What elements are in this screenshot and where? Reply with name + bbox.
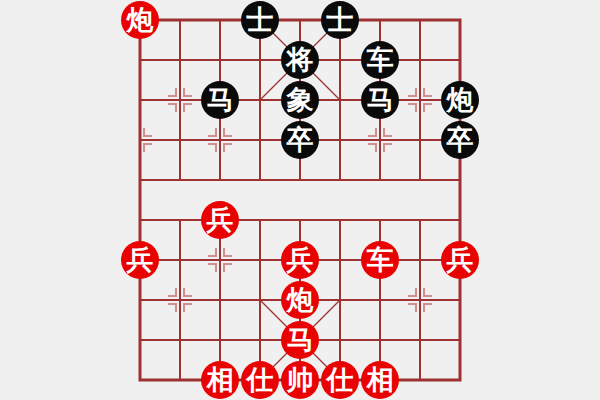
piece-black-chariot[interactable]: 车: [361, 41, 399, 79]
piece-black-elephant[interactable]: 象: [281, 81, 319, 119]
piece-black-horse[interactable]: 马: [201, 81, 239, 119]
pieces-layer: 炮士士将车马象马炮卒卒兵兵兵车兵炮马相仕帅仕相: [0, 0, 600, 400]
xiangqi-board: 炮士士将车马象马炮卒卒兵兵兵车兵炮马相仕帅仕相: [0, 0, 600, 400]
piece-red-soldier[interactable]: 兵: [121, 241, 159, 279]
piece-red-elephant[interactable]: 相: [361, 361, 399, 399]
piece-red-cannon[interactable]: 炮: [281, 281, 319, 319]
piece-black-horse[interactable]: 马: [361, 81, 399, 119]
piece-black-soldier[interactable]: 卒: [441, 121, 479, 159]
piece-red-soldier[interactable]: 兵: [441, 241, 479, 279]
piece-red-horse[interactable]: 马: [281, 321, 319, 359]
piece-red-advisor[interactable]: 仕: [241, 361, 279, 399]
piece-red-chariot[interactable]: 车: [361, 241, 399, 279]
piece-black-advisor[interactable]: 士: [321, 1, 359, 39]
piece-red-soldier[interactable]: 兵: [201, 201, 239, 239]
piece-black-cannon[interactable]: 炮: [441, 81, 479, 119]
piece-red-cannon[interactable]: 炮: [121, 1, 159, 39]
piece-red-elephant[interactable]: 相: [201, 361, 239, 399]
piece-red-soldier[interactable]: 兵: [281, 241, 319, 279]
piece-red-advisor[interactable]: 仕: [321, 361, 359, 399]
piece-black-soldier[interactable]: 卒: [281, 121, 319, 159]
piece-black-advisor[interactable]: 士: [241, 1, 279, 39]
piece-black-general[interactable]: 将: [281, 41, 319, 79]
piece-red-general[interactable]: 帅: [281, 361, 319, 399]
